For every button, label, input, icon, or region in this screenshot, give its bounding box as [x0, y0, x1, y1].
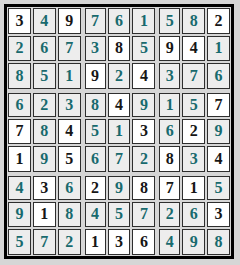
cell-r1c4[interactable]: 7: [85, 8, 106, 34]
cell-r4c5[interactable]: 4: [108, 93, 131, 117]
cell-r9c4[interactable]: 1: [85, 229, 106, 255]
cell-r2c3[interactable]: 7: [58, 36, 81, 62]
cell-r7c4[interactable]: 2: [85, 176, 106, 200]
cell-r7c6[interactable]: 8: [132, 176, 155, 200]
cell-r8c1[interactable]: 9: [8, 202, 31, 228]
cell-r1c6[interactable]: 1: [132, 8, 155, 34]
cell-r5c4[interactable]: 5: [85, 119, 106, 145]
cell-r1c5[interactable]: 6: [108, 8, 131, 34]
cell-r5c9[interactable]: 9: [207, 119, 230, 145]
cell-r2c4[interactable]: 3: [85, 36, 106, 62]
cell-r3c4[interactable]: 9: [85, 63, 106, 89]
cell-r9c5[interactable]: 3: [108, 229, 131, 255]
cell-r6c9[interactable]: 4: [207, 146, 230, 172]
cell-r5c6[interactable]: 3: [132, 119, 155, 145]
cell-r5c7[interactable]: 6: [159, 119, 180, 145]
sudoku-board: 3497615822673859418519243766238491577845…: [4, 4, 234, 259]
cell-r4c4[interactable]: 8: [85, 93, 106, 117]
cell-r3c3[interactable]: 1: [58, 63, 81, 89]
cell-r9c2[interactable]: 7: [33, 229, 56, 255]
cell-r7c1[interactable]: 4: [8, 176, 31, 200]
cell-r7c5[interactable]: 9: [108, 176, 131, 200]
cell-r2c6[interactable]: 5: [132, 36, 155, 62]
cell-r9c3[interactable]: 2: [58, 229, 81, 255]
cell-r1c3[interactable]: 9: [58, 8, 81, 34]
cell-r7c8[interactable]: 1: [182, 176, 205, 200]
cell-r8c2[interactable]: 1: [33, 202, 56, 228]
cell-r4c9[interactable]: 7: [207, 93, 230, 117]
cell-r7c3[interactable]: 6: [58, 176, 81, 200]
cell-r8c5[interactable]: 5: [108, 202, 131, 228]
cell-r3c8[interactable]: 7: [182, 63, 205, 89]
cell-r4c7[interactable]: 1: [159, 93, 180, 117]
cell-r8c9[interactable]: 3: [207, 202, 230, 228]
cell-r6c4[interactable]: 6: [85, 146, 106, 172]
cell-r9c7[interactable]: 4: [159, 229, 180, 255]
cell-r4c1[interactable]: 6: [8, 93, 31, 117]
cell-r2c7[interactable]: 9: [159, 36, 180, 62]
cell-r7c9[interactable]: 5: [207, 176, 230, 200]
cell-r8c3[interactable]: 8: [58, 202, 81, 228]
cell-r1c9[interactable]: 2: [207, 8, 230, 34]
cell-r2c2[interactable]: 6: [33, 36, 56, 62]
cell-r8c6[interactable]: 7: [132, 202, 155, 228]
cell-r4c3[interactable]: 3: [58, 93, 81, 117]
cell-r1c1[interactable]: 3: [8, 8, 31, 34]
cell-r4c6[interactable]: 9: [132, 93, 155, 117]
cell-r5c3[interactable]: 4: [58, 119, 81, 145]
cell-r8c8[interactable]: 6: [182, 202, 205, 228]
cell-r9c9[interactable]: 8: [207, 229, 230, 255]
cell-r3c2[interactable]: 5: [33, 63, 56, 89]
cell-r1c8[interactable]: 8: [182, 8, 205, 34]
cell-r1c7[interactable]: 5: [159, 8, 180, 34]
cell-r3c1[interactable]: 8: [8, 63, 31, 89]
cell-r3c9[interactable]: 6: [207, 63, 230, 89]
cell-r1c2[interactable]: 4: [33, 8, 56, 34]
cell-r3c7[interactable]: 3: [159, 63, 180, 89]
cell-r6c5[interactable]: 7: [108, 146, 131, 172]
cell-r7c2[interactable]: 3: [33, 176, 56, 200]
cell-r5c1[interactable]: 7: [8, 119, 31, 145]
cell-r8c7[interactable]: 2: [159, 202, 180, 228]
sudoku-grid: 3497615822673859418519243766238491577845…: [8, 8, 230, 255]
cell-r9c1[interactable]: 5: [8, 229, 31, 255]
cell-r4c8[interactable]: 5: [182, 93, 205, 117]
cell-r5c5[interactable]: 1: [108, 119, 131, 145]
cell-r6c6[interactable]: 2: [132, 146, 155, 172]
cell-r6c8[interactable]: 3: [182, 146, 205, 172]
cell-r9c6[interactable]: 6: [132, 229, 155, 255]
cell-r2c9[interactable]: 1: [207, 36, 230, 62]
cell-r9c8[interactable]: 9: [182, 229, 205, 255]
cell-r3c6[interactable]: 4: [132, 63, 155, 89]
cell-r2c8[interactable]: 4: [182, 36, 205, 62]
cell-r6c3[interactable]: 5: [58, 146, 81, 172]
cell-r7c7[interactable]: 7: [159, 176, 180, 200]
cell-r2c1[interactable]: 2: [8, 36, 31, 62]
cell-r6c7[interactable]: 8: [159, 146, 180, 172]
cell-r6c1[interactable]: 1: [8, 146, 31, 172]
cell-r5c8[interactable]: 2: [182, 119, 205, 145]
cell-r8c4[interactable]: 4: [85, 202, 106, 228]
cell-r4c2[interactable]: 2: [33, 93, 56, 117]
cell-r3c5[interactable]: 2: [108, 63, 131, 89]
cell-r6c2[interactable]: 9: [33, 146, 56, 172]
cell-r2c5[interactable]: 8: [108, 36, 131, 62]
cell-r5c2[interactable]: 8: [33, 119, 56, 145]
